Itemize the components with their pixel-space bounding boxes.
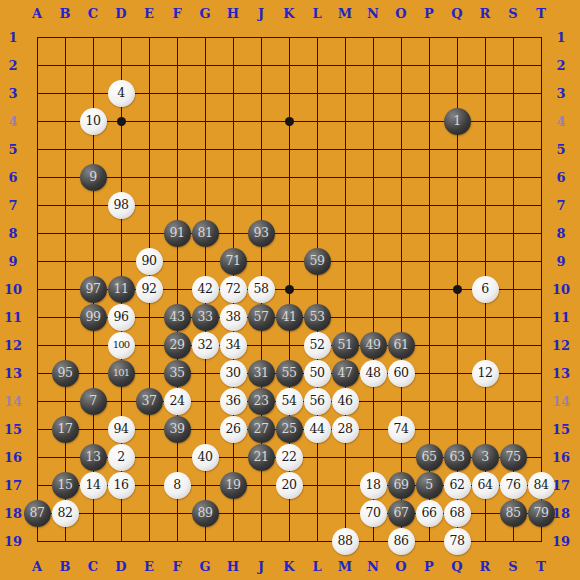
intersection-N13[interactable]: 48 bbox=[359, 359, 387, 387]
intersection-O13[interactable]: 60 bbox=[387, 359, 415, 387]
intersection-O5[interactable] bbox=[387, 135, 415, 163]
intersection-B13[interactable]: 95 bbox=[51, 359, 79, 387]
intersection-E5[interactable] bbox=[135, 135, 163, 163]
intersection-C16[interactable]: 13 bbox=[79, 443, 107, 471]
intersection-G10[interactable]: 42 bbox=[191, 275, 219, 303]
intersection-A9[interactable] bbox=[23, 247, 51, 275]
intersection-R13[interactable]: 12 bbox=[471, 359, 499, 387]
intersection-H9[interactable]: 71 bbox=[219, 247, 247, 275]
intersection-J4[interactable] bbox=[247, 107, 275, 135]
black-stone-J13[interactable]: 31 bbox=[248, 360, 275, 387]
white-stone-O19[interactable]: 86 bbox=[388, 528, 415, 555]
intersection-R8[interactable] bbox=[471, 219, 499, 247]
intersection-P18[interactable]: 66 bbox=[415, 499, 443, 527]
white-stone-N17[interactable]: 18 bbox=[360, 472, 387, 499]
intersection-S14[interactable] bbox=[499, 387, 527, 415]
intersection-G13[interactable] bbox=[191, 359, 219, 387]
intersection-B12[interactable] bbox=[51, 331, 79, 359]
intersection-G7[interactable] bbox=[191, 191, 219, 219]
intersection-R9[interactable] bbox=[471, 247, 499, 275]
intersection-R7[interactable] bbox=[471, 191, 499, 219]
intersection-O14[interactable] bbox=[387, 387, 415, 415]
intersection-M15[interactable]: 28 bbox=[331, 415, 359, 443]
intersection-J8[interactable]: 93 bbox=[247, 219, 275, 247]
black-stone-F15[interactable]: 39 bbox=[164, 416, 191, 443]
intersection-E7[interactable] bbox=[135, 191, 163, 219]
white-stone-H12[interactable]: 34 bbox=[220, 332, 247, 359]
intersection-Q3[interactable] bbox=[443, 79, 471, 107]
white-stone-T17[interactable]: 84 bbox=[528, 472, 555, 499]
intersection-P1[interactable] bbox=[415, 23, 443, 51]
white-stone-E10[interactable]: 92 bbox=[136, 276, 163, 303]
intersection-F13[interactable]: 35 bbox=[163, 359, 191, 387]
intersection-D18[interactable] bbox=[107, 499, 135, 527]
intersection-M13[interactable]: 47 bbox=[331, 359, 359, 387]
intersection-M10[interactable] bbox=[331, 275, 359, 303]
intersection-D16[interactable]: 2 bbox=[107, 443, 135, 471]
intersection-H6[interactable] bbox=[219, 163, 247, 191]
intersection-N10[interactable] bbox=[359, 275, 387, 303]
intersection-F17[interactable]: 8 bbox=[163, 471, 191, 499]
intersection-R18[interactable] bbox=[471, 499, 499, 527]
white-stone-L13[interactable]: 50 bbox=[304, 360, 331, 387]
intersection-S4[interactable] bbox=[499, 107, 527, 135]
intersection-T13[interactable] bbox=[527, 359, 555, 387]
intersection-P15[interactable] bbox=[415, 415, 443, 443]
intersection-Q12[interactable] bbox=[443, 331, 471, 359]
intersection-R15[interactable] bbox=[471, 415, 499, 443]
white-stone-O15[interactable]: 74 bbox=[388, 416, 415, 443]
intersection-F18[interactable] bbox=[163, 499, 191, 527]
black-stone-E14[interactable]: 37 bbox=[136, 388, 163, 415]
intersection-S6[interactable] bbox=[499, 163, 527, 191]
intersection-G8[interactable]: 81 bbox=[191, 219, 219, 247]
intersection-P19[interactable] bbox=[415, 527, 443, 555]
intersection-K2[interactable] bbox=[275, 51, 303, 79]
intersection-F1[interactable] bbox=[163, 23, 191, 51]
intersection-H12[interactable]: 34 bbox=[219, 331, 247, 359]
intersection-L11[interactable]: 53 bbox=[303, 303, 331, 331]
intersection-D15[interactable]: 94 bbox=[107, 415, 135, 443]
intersection-T16[interactable] bbox=[527, 443, 555, 471]
intersection-M18[interactable] bbox=[331, 499, 359, 527]
intersection-G17[interactable] bbox=[191, 471, 219, 499]
white-stone-E9[interactable]: 90 bbox=[136, 248, 163, 275]
intersection-S16[interactable]: 75 bbox=[499, 443, 527, 471]
intersection-S3[interactable] bbox=[499, 79, 527, 107]
intersection-O4[interactable] bbox=[387, 107, 415, 135]
intersection-M3[interactable] bbox=[331, 79, 359, 107]
intersection-C10[interactable]: 97 bbox=[79, 275, 107, 303]
intersection-Q11[interactable] bbox=[443, 303, 471, 331]
intersection-H4[interactable] bbox=[219, 107, 247, 135]
black-stone-C16[interactable]: 13 bbox=[80, 444, 107, 471]
black-stone-Q16[interactable]: 63 bbox=[444, 444, 471, 471]
intersection-J12[interactable] bbox=[247, 331, 275, 359]
intersection-L12[interactable]: 52 bbox=[303, 331, 331, 359]
white-stone-C4[interactable]: 10 bbox=[80, 108, 107, 135]
intersection-C13[interactable] bbox=[79, 359, 107, 387]
intersection-D14[interactable] bbox=[107, 387, 135, 415]
black-stone-N12[interactable]: 49 bbox=[360, 332, 387, 359]
intersection-L17[interactable] bbox=[303, 471, 331, 499]
intersection-L6[interactable] bbox=[303, 163, 331, 191]
white-stone-F17[interactable]: 8 bbox=[164, 472, 191, 499]
intersection-A10[interactable] bbox=[23, 275, 51, 303]
intersection-H8[interactable] bbox=[219, 219, 247, 247]
white-stone-F14[interactable]: 24 bbox=[164, 388, 191, 415]
intersection-L7[interactable] bbox=[303, 191, 331, 219]
intersection-O10[interactable] bbox=[387, 275, 415, 303]
intersection-E14[interactable]: 37 bbox=[135, 387, 163, 415]
white-stone-O13[interactable]: 60 bbox=[388, 360, 415, 387]
intersection-E9[interactable]: 90 bbox=[135, 247, 163, 275]
intersection-M19[interactable]: 88 bbox=[331, 527, 359, 555]
intersection-H18[interactable] bbox=[219, 499, 247, 527]
intersection-R3[interactable] bbox=[471, 79, 499, 107]
intersection-A1[interactable] bbox=[23, 23, 51, 51]
intersection-N6[interactable] bbox=[359, 163, 387, 191]
intersection-D8[interactable] bbox=[107, 219, 135, 247]
intersection-N12[interactable]: 49 bbox=[359, 331, 387, 359]
intersection-K16[interactable]: 22 bbox=[275, 443, 303, 471]
intersection-L8[interactable] bbox=[303, 219, 331, 247]
intersection-E16[interactable] bbox=[135, 443, 163, 471]
intersection-M2[interactable] bbox=[331, 51, 359, 79]
intersection-D13[interactable]: 101 bbox=[107, 359, 135, 387]
white-stone-H11[interactable]: 38 bbox=[220, 304, 247, 331]
intersection-L1[interactable] bbox=[303, 23, 331, 51]
intersection-D4[interactable] bbox=[107, 107, 135, 135]
black-stone-G11[interactable]: 33 bbox=[192, 304, 219, 331]
black-stone-J15[interactable]: 27 bbox=[248, 416, 275, 443]
intersection-Q10[interactable] bbox=[443, 275, 471, 303]
black-stone-O17[interactable]: 69 bbox=[388, 472, 415, 499]
black-stone-D10[interactable]: 11 bbox=[108, 276, 135, 303]
intersection-C8[interactable] bbox=[79, 219, 107, 247]
black-stone-Q4[interactable]: 1 bbox=[444, 108, 471, 135]
intersection-F12[interactable]: 29 bbox=[163, 331, 191, 359]
intersection-N5[interactable] bbox=[359, 135, 387, 163]
intersection-Q4[interactable]: 1 bbox=[443, 107, 471, 135]
intersection-D6[interactable] bbox=[107, 163, 135, 191]
intersection-O8[interactable] bbox=[387, 219, 415, 247]
intersection-C18[interactable] bbox=[79, 499, 107, 527]
intersection-E11[interactable] bbox=[135, 303, 163, 331]
black-stone-M13[interactable]: 47 bbox=[332, 360, 359, 387]
intersection-A14[interactable] bbox=[23, 387, 51, 415]
intersection-P5[interactable] bbox=[415, 135, 443, 163]
intersection-E13[interactable] bbox=[135, 359, 163, 387]
intersection-A11[interactable] bbox=[23, 303, 51, 331]
intersection-K9[interactable] bbox=[275, 247, 303, 275]
intersection-F7[interactable] bbox=[163, 191, 191, 219]
black-stone-F12[interactable]: 29 bbox=[164, 332, 191, 359]
black-stone-K15[interactable]: 25 bbox=[276, 416, 303, 443]
intersection-S15[interactable] bbox=[499, 415, 527, 443]
intersection-Q5[interactable] bbox=[443, 135, 471, 163]
intersection-T5[interactable] bbox=[527, 135, 555, 163]
intersection-T8[interactable] bbox=[527, 219, 555, 247]
intersection-S19[interactable] bbox=[499, 527, 527, 555]
intersection-M12[interactable]: 51 bbox=[331, 331, 359, 359]
intersection-R11[interactable] bbox=[471, 303, 499, 331]
intersection-G16[interactable]: 40 bbox=[191, 443, 219, 471]
intersection-T3[interactable] bbox=[527, 79, 555, 107]
intersection-D9[interactable] bbox=[107, 247, 135, 275]
intersection-B2[interactable] bbox=[51, 51, 79, 79]
intersection-H17[interactable]: 19 bbox=[219, 471, 247, 499]
white-stone-L15[interactable]: 44 bbox=[304, 416, 331, 443]
intersection-O6[interactable] bbox=[387, 163, 415, 191]
intersection-K3[interactable] bbox=[275, 79, 303, 107]
intersection-C17[interactable]: 14 bbox=[79, 471, 107, 499]
intersection-B11[interactable] bbox=[51, 303, 79, 331]
intersection-D11[interactable]: 96 bbox=[107, 303, 135, 331]
intersection-F4[interactable] bbox=[163, 107, 191, 135]
intersection-M6[interactable] bbox=[331, 163, 359, 191]
intersection-H3[interactable] bbox=[219, 79, 247, 107]
black-stone-R16[interactable]: 3 bbox=[472, 444, 499, 471]
white-stone-M14[interactable]: 46 bbox=[332, 388, 359, 415]
intersection-L19[interactable] bbox=[303, 527, 331, 555]
intersection-H19[interactable] bbox=[219, 527, 247, 555]
intersection-P8[interactable] bbox=[415, 219, 443, 247]
white-stone-C17[interactable]: 14 bbox=[80, 472, 107, 499]
black-stone-J8[interactable]: 93 bbox=[248, 220, 275, 247]
intersection-L2[interactable] bbox=[303, 51, 331, 79]
intersection-D1[interactable] bbox=[107, 23, 135, 51]
intersection-C7[interactable] bbox=[79, 191, 107, 219]
intersection-P2[interactable] bbox=[415, 51, 443, 79]
intersection-E1[interactable] bbox=[135, 23, 163, 51]
intersection-L13[interactable]: 50 bbox=[303, 359, 331, 387]
intersection-D10[interactable]: 11 bbox=[107, 275, 135, 303]
intersection-C12[interactable] bbox=[79, 331, 107, 359]
intersection-M14[interactable]: 46 bbox=[331, 387, 359, 415]
intersection-C19[interactable] bbox=[79, 527, 107, 555]
intersection-P4[interactable] bbox=[415, 107, 443, 135]
white-stone-H10[interactable]: 72 bbox=[220, 276, 247, 303]
intersection-P3[interactable] bbox=[415, 79, 443, 107]
intersection-P16[interactable]: 65 bbox=[415, 443, 443, 471]
white-stone-M15[interactable]: 28 bbox=[332, 416, 359, 443]
intersection-E17[interactable] bbox=[135, 471, 163, 499]
intersection-A6[interactable] bbox=[23, 163, 51, 191]
intersection-D2[interactable] bbox=[107, 51, 135, 79]
intersection-E4[interactable] bbox=[135, 107, 163, 135]
intersection-N14[interactable] bbox=[359, 387, 387, 415]
intersection-E3[interactable] bbox=[135, 79, 163, 107]
intersection-T15[interactable] bbox=[527, 415, 555, 443]
intersection-M5[interactable] bbox=[331, 135, 359, 163]
intersection-T4[interactable] bbox=[527, 107, 555, 135]
intersection-S7[interactable] bbox=[499, 191, 527, 219]
intersection-A7[interactable] bbox=[23, 191, 51, 219]
intersection-R1[interactable] bbox=[471, 23, 499, 51]
intersection-A17[interactable] bbox=[23, 471, 51, 499]
intersection-J11[interactable]: 57 bbox=[247, 303, 275, 331]
intersection-B15[interactable]: 17 bbox=[51, 415, 79, 443]
intersection-J13[interactable]: 31 bbox=[247, 359, 275, 387]
white-stone-L14[interactable]: 56 bbox=[304, 388, 331, 415]
intersection-N9[interactable] bbox=[359, 247, 387, 275]
intersection-F15[interactable]: 39 bbox=[163, 415, 191, 443]
white-stone-R13[interactable]: 12 bbox=[472, 360, 499, 387]
intersection-T14[interactable] bbox=[527, 387, 555, 415]
intersection-O3[interactable] bbox=[387, 79, 415, 107]
intersection-O18[interactable]: 67 bbox=[387, 499, 415, 527]
intersection-K13[interactable]: 55 bbox=[275, 359, 303, 387]
intersection-T18[interactable]: 79 bbox=[527, 499, 555, 527]
white-stone-N18[interactable]: 70 bbox=[360, 500, 387, 527]
white-stone-H14[interactable]: 36 bbox=[220, 388, 247, 415]
intersection-C9[interactable] bbox=[79, 247, 107, 275]
black-stone-C6[interactable]: 9 bbox=[80, 164, 107, 191]
intersection-G18[interactable]: 89 bbox=[191, 499, 219, 527]
intersection-R2[interactable] bbox=[471, 51, 499, 79]
intersection-G11[interactable]: 33 bbox=[191, 303, 219, 331]
intersection-N18[interactable]: 70 bbox=[359, 499, 387, 527]
intersection-K7[interactable] bbox=[275, 191, 303, 219]
white-stone-Q17[interactable]: 62 bbox=[444, 472, 471, 499]
intersection-Q6[interactable] bbox=[443, 163, 471, 191]
intersection-G1[interactable] bbox=[191, 23, 219, 51]
intersection-K12[interactable] bbox=[275, 331, 303, 359]
intersection-A18[interactable]: 87 bbox=[23, 499, 51, 527]
intersection-L15[interactable]: 44 bbox=[303, 415, 331, 443]
intersection-A8[interactable] bbox=[23, 219, 51, 247]
intersection-L4[interactable] bbox=[303, 107, 331, 135]
intersection-G9[interactable] bbox=[191, 247, 219, 275]
intersection-M17[interactable] bbox=[331, 471, 359, 499]
intersection-M4[interactable] bbox=[331, 107, 359, 135]
intersection-B16[interactable] bbox=[51, 443, 79, 471]
intersection-P17[interactable]: 5 bbox=[415, 471, 443, 499]
intersection-F9[interactable] bbox=[163, 247, 191, 275]
intersection-H16[interactable] bbox=[219, 443, 247, 471]
white-stone-B18[interactable]: 82 bbox=[52, 500, 79, 527]
intersection-K11[interactable]: 41 bbox=[275, 303, 303, 331]
intersection-C3[interactable] bbox=[79, 79, 107, 107]
black-stone-K13[interactable]: 55 bbox=[276, 360, 303, 387]
intersection-R10[interactable]: 6 bbox=[471, 275, 499, 303]
intersection-O12[interactable]: 61 bbox=[387, 331, 415, 359]
intersection-O1[interactable] bbox=[387, 23, 415, 51]
intersection-E15[interactable] bbox=[135, 415, 163, 443]
white-stone-G10[interactable]: 42 bbox=[192, 276, 219, 303]
intersection-B7[interactable] bbox=[51, 191, 79, 219]
intersection-T1[interactable] bbox=[527, 23, 555, 51]
black-stone-B17[interactable]: 15 bbox=[52, 472, 79, 499]
intersection-S13[interactable] bbox=[499, 359, 527, 387]
black-stone-S18[interactable]: 85 bbox=[500, 500, 527, 527]
intersection-N16[interactable] bbox=[359, 443, 387, 471]
black-stone-D13[interactable]: 101 bbox=[108, 360, 135, 387]
intersection-T11[interactable] bbox=[527, 303, 555, 331]
intersection-Q14[interactable] bbox=[443, 387, 471, 415]
intersection-F14[interactable]: 24 bbox=[163, 387, 191, 415]
intersection-Q18[interactable]: 68 bbox=[443, 499, 471, 527]
intersection-M7[interactable] bbox=[331, 191, 359, 219]
intersection-S17[interactable]: 76 bbox=[499, 471, 527, 499]
intersection-T19[interactable] bbox=[527, 527, 555, 555]
intersection-L18[interactable] bbox=[303, 499, 331, 527]
black-stone-F8[interactable]: 91 bbox=[164, 220, 191, 247]
intersection-J5[interactable] bbox=[247, 135, 275, 163]
white-stone-D12[interactable]: 100 bbox=[108, 332, 135, 359]
intersection-K4[interactable] bbox=[275, 107, 303, 135]
intersection-B5[interactable] bbox=[51, 135, 79, 163]
intersection-B18[interactable]: 82 bbox=[51, 499, 79, 527]
black-stone-B15[interactable]: 17 bbox=[52, 416, 79, 443]
intersection-E12[interactable] bbox=[135, 331, 163, 359]
intersection-Q2[interactable] bbox=[443, 51, 471, 79]
black-stone-G8[interactable]: 81 bbox=[192, 220, 219, 247]
intersection-B1[interactable] bbox=[51, 23, 79, 51]
intersection-C11[interactable]: 99 bbox=[79, 303, 107, 331]
intersection-B9[interactable] bbox=[51, 247, 79, 275]
intersection-N17[interactable]: 18 bbox=[359, 471, 387, 499]
intersection-P14[interactable] bbox=[415, 387, 443, 415]
intersection-N19[interactable] bbox=[359, 527, 387, 555]
intersection-D17[interactable]: 16 bbox=[107, 471, 135, 499]
intersection-P13[interactable] bbox=[415, 359, 443, 387]
intersection-C5[interactable] bbox=[79, 135, 107, 163]
intersection-S18[interactable]: 85 bbox=[499, 499, 527, 527]
intersection-J1[interactable] bbox=[247, 23, 275, 51]
intersection-B4[interactable] bbox=[51, 107, 79, 135]
intersection-R4[interactable] bbox=[471, 107, 499, 135]
intersection-J19[interactable] bbox=[247, 527, 275, 555]
intersection-H13[interactable]: 30 bbox=[219, 359, 247, 387]
black-stone-C14[interactable]: 7 bbox=[80, 388, 107, 415]
intersection-B8[interactable] bbox=[51, 219, 79, 247]
intersection-G6[interactable] bbox=[191, 163, 219, 191]
intersection-F19[interactable] bbox=[163, 527, 191, 555]
intersection-J3[interactable] bbox=[247, 79, 275, 107]
white-stone-N13[interactable]: 48 bbox=[360, 360, 387, 387]
white-stone-K17[interactable]: 20 bbox=[276, 472, 303, 499]
white-stone-H13[interactable]: 30 bbox=[220, 360, 247, 387]
black-stone-C11[interactable]: 99 bbox=[80, 304, 107, 331]
intersection-S1[interactable] bbox=[499, 23, 527, 51]
black-stone-F13[interactable]: 35 bbox=[164, 360, 191, 387]
intersection-T2[interactable] bbox=[527, 51, 555, 79]
white-stone-G12[interactable]: 32 bbox=[192, 332, 219, 359]
intersection-J2[interactable] bbox=[247, 51, 275, 79]
white-stone-D17[interactable]: 16 bbox=[108, 472, 135, 499]
intersection-H10[interactable]: 72 bbox=[219, 275, 247, 303]
intersection-F16[interactable] bbox=[163, 443, 191, 471]
intersection-O2[interactable] bbox=[387, 51, 415, 79]
intersection-J18[interactable] bbox=[247, 499, 275, 527]
black-stone-M12[interactable]: 51 bbox=[332, 332, 359, 359]
white-stone-H15[interactable]: 26 bbox=[220, 416, 247, 443]
intersection-K18[interactable] bbox=[275, 499, 303, 527]
intersection-J15[interactable]: 27 bbox=[247, 415, 275, 443]
white-stone-D16[interactable]: 2 bbox=[108, 444, 135, 471]
intersection-Q15[interactable] bbox=[443, 415, 471, 443]
intersection-H7[interactable] bbox=[219, 191, 247, 219]
intersection-R19[interactable] bbox=[471, 527, 499, 555]
intersection-N15[interactable] bbox=[359, 415, 387, 443]
intersection-P6[interactable] bbox=[415, 163, 443, 191]
white-stone-S17[interactable]: 76 bbox=[500, 472, 527, 499]
intersection-K5[interactable] bbox=[275, 135, 303, 163]
intersection-F11[interactable]: 43 bbox=[163, 303, 191, 331]
intersection-H15[interactable]: 26 bbox=[219, 415, 247, 443]
